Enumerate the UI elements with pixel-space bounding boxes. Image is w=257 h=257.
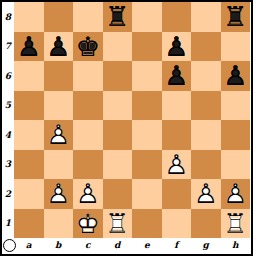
square-e8[interactable] xyxy=(132,2,162,32)
black-pawn-glyph-outline: ♙ xyxy=(221,61,251,91)
square-a5[interactable] xyxy=(14,91,44,121)
file-label-text: g xyxy=(203,240,209,250)
square-c1[interactable]: ♚♔ xyxy=(73,209,103,239)
rank-label-text: 2 xyxy=(5,189,11,199)
white-pawn-glyph-outline: ♙ xyxy=(44,179,74,209)
piece-black-rook: ♜♖ xyxy=(103,2,133,32)
square-a3[interactable] xyxy=(14,150,44,180)
piece-white-rook: ♜♖ xyxy=(221,209,251,239)
rank-label-text: 6 xyxy=(5,71,11,81)
black-pawn-glyph-outline: ♙ xyxy=(44,32,74,62)
file-label-h: h xyxy=(221,238,251,254)
square-d1[interactable]: ♜♖ xyxy=(103,209,133,239)
square-d6[interactable] xyxy=(103,61,133,91)
rank-label-text: 5 xyxy=(5,100,11,110)
square-a1[interactable] xyxy=(14,209,44,239)
square-h1[interactable]: ♜♖ xyxy=(221,209,251,239)
rank-label-text: 1 xyxy=(5,218,11,228)
square-b3[interactable] xyxy=(44,150,74,180)
piece-white-king: ♚♔ xyxy=(73,209,103,239)
square-f7[interactable]: ♟♙ xyxy=(162,32,192,62)
white-pawn-glyph-outline: ♙ xyxy=(73,179,103,209)
square-e4[interactable] xyxy=(132,120,162,150)
piece-black-pawn: ♟♙ xyxy=(162,32,192,62)
square-c5[interactable] xyxy=(73,91,103,121)
file-label-text: e xyxy=(144,240,150,250)
file-label-c: c xyxy=(73,238,103,254)
white-pawn-glyph-outline: ♙ xyxy=(162,150,192,180)
rank-label-4: 4 xyxy=(2,120,14,150)
square-g6[interactable] xyxy=(191,61,221,91)
piece-white-pawn: ♟♙ xyxy=(162,150,192,180)
square-f6[interactable]: ♟♙ xyxy=(162,61,192,91)
square-a2[interactable] xyxy=(14,179,44,209)
black-pawn-glyph-outline: ♙ xyxy=(162,32,192,62)
square-h4[interactable] xyxy=(221,120,251,150)
square-f2[interactable] xyxy=(162,179,192,209)
square-f4[interactable] xyxy=(162,120,192,150)
black-pawn-glyph-outline: ♙ xyxy=(162,61,192,91)
rank-label-text: 3 xyxy=(5,159,11,169)
piece-white-pawn: ♟♙ xyxy=(191,179,221,209)
rank-label-text: 8 xyxy=(5,12,11,22)
piece-white-rook: ♜♖ xyxy=(103,209,133,239)
white-pawn-glyph-outline: ♙ xyxy=(221,179,251,209)
piece-white-pawn: ♟♙ xyxy=(44,120,74,150)
square-h2[interactable]: ♟♙ xyxy=(221,179,251,209)
white-to-move-indicator-cell xyxy=(2,238,14,254)
square-a4[interactable] xyxy=(14,120,44,150)
square-e7[interactable] xyxy=(132,32,162,62)
file-label-e: e xyxy=(132,238,162,254)
square-e3[interactable] xyxy=(132,150,162,180)
square-c3[interactable] xyxy=(73,150,103,180)
square-a6[interactable] xyxy=(14,61,44,91)
square-a8[interactable] xyxy=(14,2,44,32)
square-b5[interactable] xyxy=(44,91,74,121)
square-e5[interactable] xyxy=(132,91,162,121)
piece-white-pawn: ♟♙ xyxy=(221,179,251,209)
square-b6[interactable] xyxy=(44,61,74,91)
square-b1[interactable] xyxy=(44,209,74,239)
square-c2[interactable]: ♟♙ xyxy=(73,179,103,209)
square-d5[interactable] xyxy=(103,91,133,121)
file-label-text: h xyxy=(232,240,239,250)
square-e1[interactable] xyxy=(132,209,162,239)
piece-black-pawn: ♟♙ xyxy=(44,32,74,62)
rank-label-3: 3 xyxy=(2,150,14,180)
black-rook-glyph-outline: ♖ xyxy=(221,2,251,32)
white-rook-glyph-outline: ♖ xyxy=(103,209,133,239)
square-h8[interactable]: ♜♖ xyxy=(221,2,251,32)
square-a7[interactable]: ♟♙ xyxy=(14,32,44,62)
square-g2[interactable]: ♟♙ xyxy=(191,179,221,209)
rank-label-text: 4 xyxy=(5,130,11,140)
square-b7[interactable]: ♟♙ xyxy=(44,32,74,62)
black-king-glyph-outline: ♔ xyxy=(73,32,103,62)
square-e6[interactable] xyxy=(132,61,162,91)
white-to-move-indicator xyxy=(3,239,16,252)
square-c8[interactable] xyxy=(73,2,103,32)
black-rook-glyph-outline: ♖ xyxy=(103,2,133,32)
rank-label-2: 2 xyxy=(2,179,14,209)
file-label-a: a xyxy=(14,238,44,254)
square-e2[interactable] xyxy=(132,179,162,209)
square-c6[interactable] xyxy=(73,61,103,91)
square-d8[interactable]: ♜♖ xyxy=(103,2,133,32)
square-g5[interactable] xyxy=(191,91,221,121)
square-g8[interactable] xyxy=(191,2,221,32)
square-f5[interactable] xyxy=(162,91,192,121)
square-g3[interactable] xyxy=(191,150,221,180)
file-label-text: c xyxy=(85,240,90,250)
square-d3[interactable] xyxy=(103,150,133,180)
square-h3[interactable] xyxy=(221,150,251,180)
square-b8[interactable] xyxy=(44,2,74,32)
square-g7[interactable] xyxy=(191,32,221,62)
square-c7[interactable]: ♚♔ xyxy=(73,32,103,62)
file-label-g: g xyxy=(191,238,221,254)
piece-black-pawn: ♟♙ xyxy=(14,32,44,62)
file-label-text: b xyxy=(55,240,61,250)
square-f3[interactable]: ♟♙ xyxy=(162,150,192,180)
board-frame: 8♜♖♜♖7♟♙♟♙♚♔♟♙6♟♙♟♙54♟♙3♟♙2♟♙♟♙♟♙♟♙1♚♔♜♖… xyxy=(0,0,253,256)
rank-label-6: 6 xyxy=(2,61,14,91)
file-label-text: d xyxy=(114,240,120,250)
square-f1[interactable] xyxy=(162,209,192,239)
square-g1[interactable] xyxy=(191,209,221,239)
square-g4[interactable] xyxy=(191,120,221,150)
rank-label-8: 8 xyxy=(2,2,14,32)
white-rook-glyph-outline: ♖ xyxy=(221,209,251,239)
file-label-d: d xyxy=(103,238,133,254)
rank-label-5: 5 xyxy=(2,91,14,121)
square-h6[interactable]: ♟♙ xyxy=(221,61,251,91)
square-f8[interactable] xyxy=(162,2,192,32)
chess-diagram: 8♜♖♜♖7♟♙♟♙♚♔♟♙6♟♙♟♙54♟♙3♟♙2♟♙♟♙♟♙♟♙1♚♔♜♖… xyxy=(0,0,257,257)
black-pawn-glyph-outline: ♙ xyxy=(14,32,44,62)
piece-black-king: ♚♔ xyxy=(73,32,103,62)
piece-black-pawn: ♟♙ xyxy=(162,61,192,91)
rank-label-1: 1 xyxy=(2,209,14,239)
square-d4[interactable] xyxy=(103,120,133,150)
file-label-text: a xyxy=(26,240,32,250)
square-c4[interactable] xyxy=(73,120,103,150)
piece-black-pawn: ♟♙ xyxy=(221,61,251,91)
file-label-b: b xyxy=(44,238,74,254)
rank-label-7: 7 xyxy=(2,32,14,62)
chess-board: 8♜♖♜♖7♟♙♟♙♚♔♟♙6♟♙♟♙54♟♙3♟♙2♟♙♟♙♟♙♟♙1♚♔♜♖… xyxy=(2,2,250,254)
square-d2[interactable] xyxy=(103,179,133,209)
piece-white-pawn: ♟♙ xyxy=(44,179,74,209)
piece-black-rook: ♜♖ xyxy=(221,2,251,32)
white-king-glyph-outline: ♔ xyxy=(73,209,103,239)
white-pawn-glyph-outline: ♙ xyxy=(191,179,221,209)
square-h5[interactable] xyxy=(221,91,251,121)
square-b2[interactable]: ♟♙ xyxy=(44,179,74,209)
file-label-text: f xyxy=(174,240,178,250)
square-b4[interactable]: ♟♙ xyxy=(44,120,74,150)
piece-white-pawn: ♟♙ xyxy=(73,179,103,209)
square-h7[interactable] xyxy=(221,32,251,62)
square-d7[interactable] xyxy=(103,32,133,62)
rank-label-text: 7 xyxy=(5,41,11,51)
white-pawn-glyph-outline: ♙ xyxy=(44,120,74,150)
file-label-f: f xyxy=(162,238,192,254)
